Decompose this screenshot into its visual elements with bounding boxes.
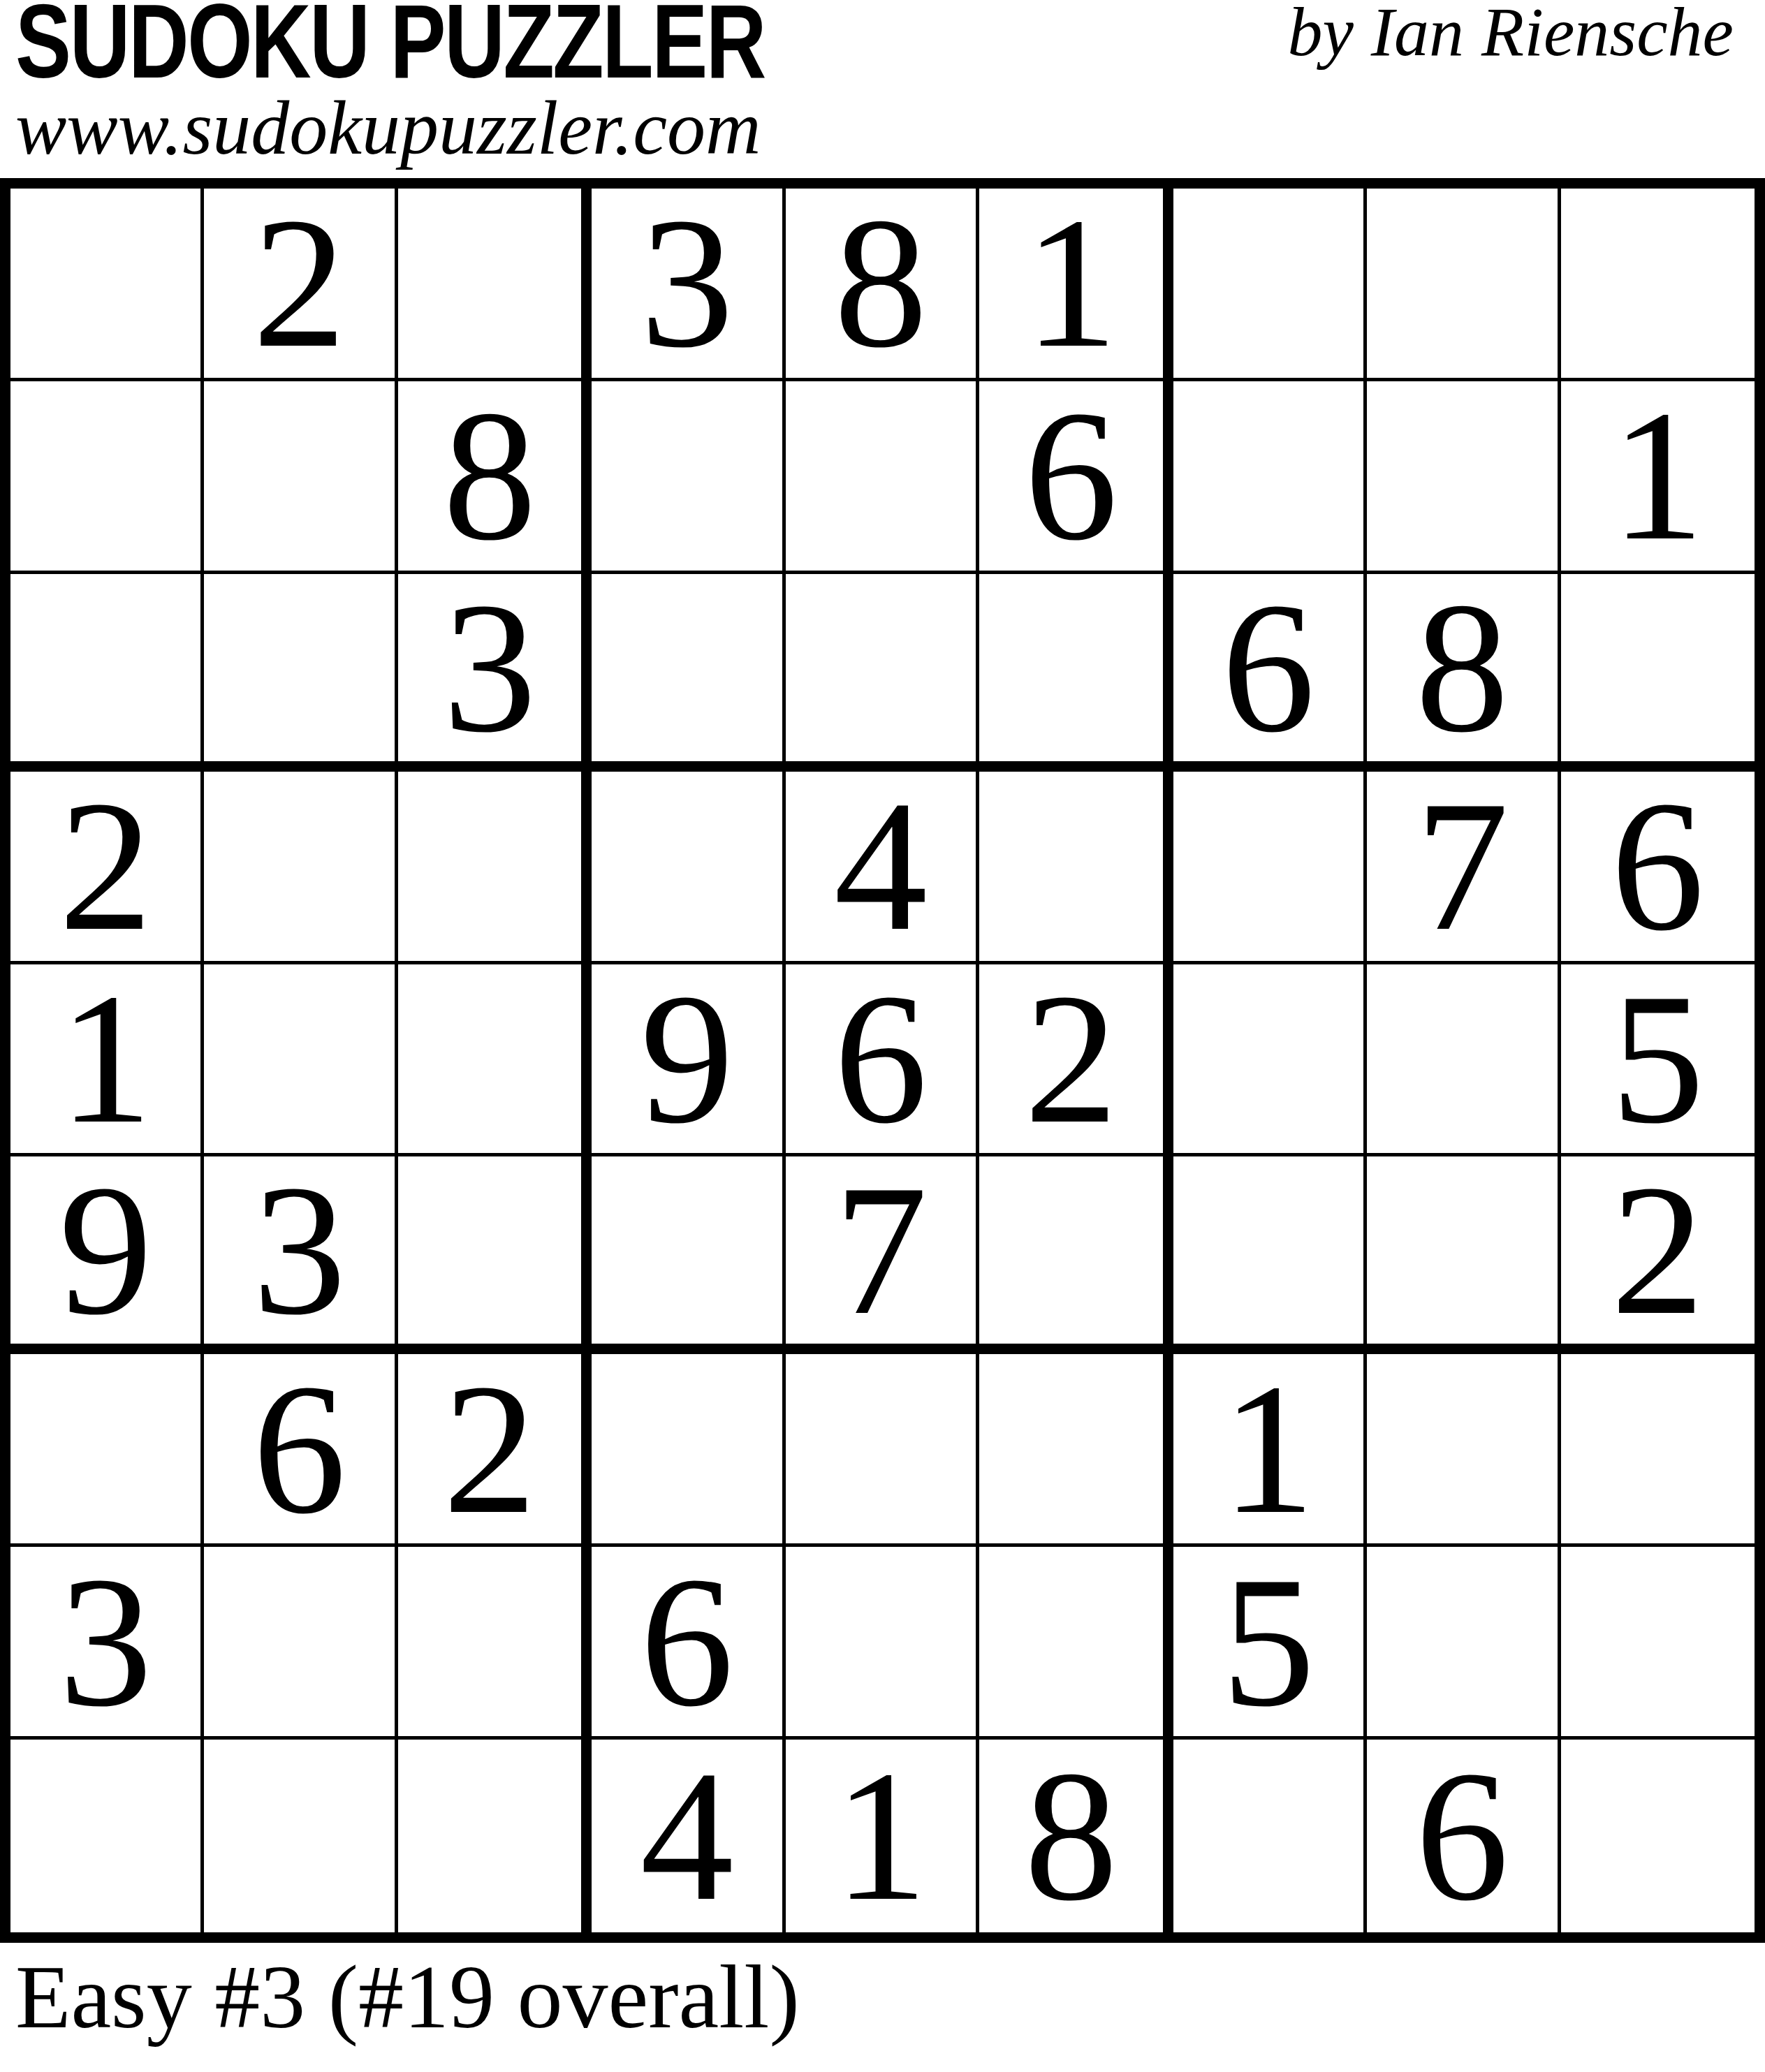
cell-r3c9-empty[interactable]	[1561, 574, 1755, 772]
cell-r8c9-empty[interactable]	[1561, 1547, 1755, 1740]
cell-r5c5-given: 6	[786, 964, 979, 1157]
cell-r6c1-given: 9	[10, 1156, 204, 1354]
cell-r1c4-given: 3	[592, 189, 785, 381]
cell-r1c2-given: 2	[204, 189, 397, 381]
website-url: www.sudokupuzzler.com	[15, 89, 761, 166]
cell-r3c3-given: 3	[398, 574, 592, 772]
cell-r1c3-empty[interactable]	[398, 189, 592, 381]
cell-r9c4-given: 4	[592, 1740, 785, 1932]
cell-r1c9-empty[interactable]	[1561, 189, 1755, 381]
cell-r1c1-empty[interactable]	[10, 189, 204, 381]
cell-r5c4-given: 9	[592, 964, 785, 1157]
cell-r5c3-empty[interactable]	[398, 964, 592, 1157]
cell-r6c9-given: 2	[1561, 1156, 1755, 1354]
cell-r6c6-empty[interactable]	[979, 1156, 1173, 1354]
cell-r3c7-given: 6	[1173, 574, 1367, 772]
puzzle-caption: Easy #3 (#19 overall)	[15, 1947, 800, 2047]
cell-r4c3-empty[interactable]	[398, 772, 592, 964]
cell-r2c1-empty[interactable]	[10, 381, 204, 574]
sudoku-board: 238186136824761962593726213654186	[0, 178, 1765, 1943]
cell-r8c2-empty[interactable]	[204, 1547, 397, 1740]
cell-r7c7-given: 1	[1173, 1354, 1367, 1547]
cell-r5c9-given: 5	[1561, 964, 1755, 1157]
cell-r2c2-empty[interactable]	[204, 381, 397, 574]
cell-r7c9-empty[interactable]	[1561, 1354, 1755, 1547]
cell-r4c4-empty[interactable]	[592, 772, 785, 964]
cell-r4c5-given: 4	[786, 772, 979, 964]
page-title: SUDOKU PUZZLER	[15, 0, 765, 94]
cell-r7c2-given: 6	[204, 1354, 397, 1547]
cell-r5c7-empty[interactable]	[1173, 964, 1367, 1157]
cell-r5c2-empty[interactable]	[204, 964, 397, 1157]
cell-r9c2-empty[interactable]	[204, 1740, 397, 1932]
cell-r2c6-given: 6	[979, 381, 1173, 574]
cell-r4c8-given: 7	[1367, 772, 1560, 964]
cell-r6c8-empty[interactable]	[1367, 1156, 1560, 1354]
cell-r3c8-given: 8	[1367, 574, 1560, 772]
cell-r8c5-empty[interactable]	[786, 1547, 979, 1740]
cell-r8c6-empty[interactable]	[979, 1547, 1173, 1740]
cell-r9c3-empty[interactable]	[398, 1740, 592, 1932]
cell-r4c2-empty[interactable]	[204, 772, 397, 964]
cell-r8c7-given: 5	[1173, 1547, 1367, 1740]
cell-r1c6-given: 1	[979, 189, 1173, 381]
cell-r6c4-empty[interactable]	[592, 1156, 785, 1354]
cell-r7c8-empty[interactable]	[1367, 1354, 1560, 1547]
cell-r3c6-empty[interactable]	[979, 574, 1173, 772]
cell-r3c1-empty[interactable]	[10, 574, 204, 772]
cell-r4c9-given: 6	[1561, 772, 1755, 964]
cell-r4c6-empty[interactable]	[979, 772, 1173, 964]
cell-r2c4-empty[interactable]	[592, 381, 785, 574]
cell-r6c2-given: 3	[204, 1156, 397, 1354]
cell-r9c5-given: 1	[786, 1740, 979, 1932]
cell-r1c8-empty[interactable]	[1367, 189, 1560, 381]
cell-r4c7-empty[interactable]	[1173, 772, 1367, 964]
cell-r5c8-empty[interactable]	[1367, 964, 1560, 1157]
cell-r8c3-empty[interactable]	[398, 1547, 592, 1740]
cell-r7c5-empty[interactable]	[786, 1354, 979, 1547]
cell-r7c1-empty[interactable]	[10, 1354, 204, 1547]
cell-r6c3-empty[interactable]	[398, 1156, 592, 1354]
cell-r1c5-given: 8	[786, 189, 979, 381]
cell-r7c3-given: 2	[398, 1354, 592, 1547]
puzzle-page: SUDOKU PUZZLER by Ian Riensche www.sudok…	[0, 0, 1765, 2072]
cell-r1c7-empty[interactable]	[1173, 189, 1367, 381]
cell-r2c5-empty[interactable]	[786, 381, 979, 574]
cell-r9c9-empty[interactable]	[1561, 1740, 1755, 1932]
cell-r9c8-given: 6	[1367, 1740, 1560, 1932]
cell-r2c8-empty[interactable]	[1367, 381, 1560, 574]
cell-r2c9-given: 1	[1561, 381, 1755, 574]
cell-r9c7-empty[interactable]	[1173, 1740, 1367, 1932]
cell-r6c5-given: 7	[786, 1156, 979, 1354]
cell-r9c1-empty[interactable]	[10, 1740, 204, 1932]
cell-r2c3-given: 8	[398, 381, 592, 574]
cell-r3c2-empty[interactable]	[204, 574, 397, 772]
cell-r9c6-given: 8	[979, 1740, 1173, 1932]
cell-r8c4-given: 6	[592, 1547, 785, 1740]
cell-r7c6-empty[interactable]	[979, 1354, 1173, 1547]
cell-r3c4-empty[interactable]	[592, 574, 785, 772]
cell-r7c4-empty[interactable]	[592, 1354, 785, 1547]
cell-r8c1-given: 3	[10, 1547, 204, 1740]
cell-r5c1-given: 1	[10, 964, 204, 1157]
cell-r4c1-given: 2	[10, 772, 204, 964]
cell-r5c6-given: 2	[979, 964, 1173, 1157]
author-byline: by Ian Riensche	[1287, 0, 1734, 67]
cell-r6c7-empty[interactable]	[1173, 1156, 1367, 1354]
cell-r2c7-empty[interactable]	[1173, 381, 1367, 574]
cell-r8c8-empty[interactable]	[1367, 1547, 1560, 1740]
cell-r3c5-empty[interactable]	[786, 574, 979, 772]
